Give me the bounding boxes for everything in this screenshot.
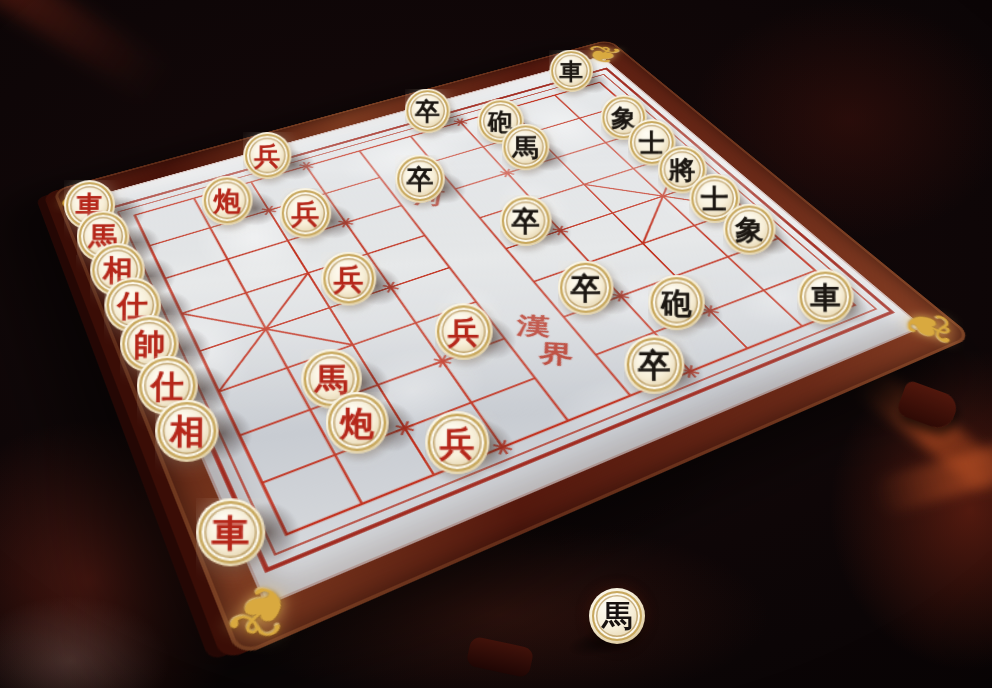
piece-character: 仕 — [150, 369, 183, 401]
piece-red-soldier[interactable]: 兵 — [321, 252, 376, 306]
background-glow — [830, 350, 992, 670]
piece-character: 相 — [169, 414, 204, 448]
piece-character: 卒 — [570, 273, 600, 302]
piece-character: 兵 — [334, 264, 364, 293]
board-frame: 楚河漢界 — [52, 39, 973, 658]
piece-black-chariot[interactable]: 車 — [798, 269, 854, 324]
xiangqi-board: 楚河漢界 車馬相仕帥仕相車炮馬炮兵兵兵兵兵車象士將士象車砲馬砲卒卒卒卒卒 — [52, 39, 973, 658]
piece-black-soldier[interactable]: 卒 — [624, 335, 684, 394]
piece-red-cannon[interactable]: 炮 — [326, 392, 389, 454]
river-character: 漢 — [516, 310, 551, 343]
piece-black-elephant[interactable]: 象 — [723, 203, 776, 254]
background-glow — [0, 596, 170, 688]
gold-corner-ornament — [890, 297, 966, 359]
piece-red-soldier[interactable]: 兵 — [425, 411, 489, 474]
piece-character: 帥 — [133, 328, 165, 359]
photo-scene: 楚河漢界 車馬相仕帥仕相車炮馬炮兵兵兵兵兵車象士將士象車砲馬砲卒卒卒卒卒 馬 — [0, 0, 992, 688]
board-foot — [896, 380, 961, 433]
piece-character: 車 — [811, 282, 841, 312]
piece-red-elephant[interactable]: 相 — [154, 399, 218, 461]
piece-character: 兵 — [448, 316, 479, 347]
piece-character: 象 — [735, 215, 763, 243]
piece-character: 兵 — [440, 425, 475, 459]
piece-black-cannon[interactable]: 砲 — [648, 275, 705, 330]
piece-character: 馬 — [315, 362, 348, 394]
board-foot — [466, 636, 535, 679]
piece-black-soldier[interactable]: 卒 — [557, 260, 613, 314]
background-red-streak — [0, 0, 170, 102]
piece-character: 炮 — [340, 406, 374, 439]
piece-character: 車 — [211, 514, 249, 551]
piece-black-horse-off-board[interactable]: 馬 — [589, 588, 645, 644]
piece-character: 砲 — [661, 288, 692, 318]
piece-character: 馬 — [602, 596, 632, 637]
background-red-streak — [853, 363, 992, 502]
gold-corner-ornament — [198, 562, 321, 662]
background-red-streak — [871, 425, 992, 517]
piece-red-soldier[interactable]: 兵 — [435, 303, 493, 360]
river-character: 河 — [412, 185, 446, 210]
piece-red-chariot[interactable]: 車 — [195, 498, 265, 566]
river-character: 界 — [538, 337, 574, 372]
piece-character: 卒 — [638, 349, 670, 381]
